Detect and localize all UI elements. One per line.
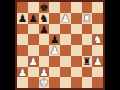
square-f1[interactable] — [71, 77, 82, 88]
white-pawn[interactable]: ♟ — [28, 56, 37, 66]
square-f2[interactable] — [71, 67, 82, 78]
white-king[interactable]: ♚ — [39, 77, 48, 87]
square-a2[interactable]: ♟ — [17, 67, 28, 78]
square-a5[interactable] — [17, 34, 28, 45]
square-c1[interactable]: ♚ — [39, 77, 50, 88]
white-pawn[interactable]: ♟ — [50, 45, 59, 55]
square-c3[interactable] — [39, 56, 50, 67]
black-pawn[interactable]: ♟ — [50, 34, 59, 44]
square-c7[interactable]: ♞ — [39, 13, 50, 24]
square-e5[interactable] — [60, 34, 71, 45]
white-pawn[interactable]: ♟ — [61, 13, 70, 23]
square-f5[interactable] — [71, 34, 82, 45]
square-h7[interactable] — [92, 13, 103, 24]
white-knight[interactable]: ♞ — [93, 34, 102, 44]
square-d7[interactable] — [49, 13, 60, 24]
chess-board: ♚♟♟♞♟♜♟♟♞♟♟♜♟♟♟♚ — [17, 2, 103, 88]
square-g7[interactable]: ♜ — [82, 13, 93, 24]
square-b8[interactable] — [28, 2, 39, 13]
square-g6[interactable] — [82, 24, 93, 35]
square-f8[interactable] — [71, 2, 82, 13]
square-d8[interactable] — [49, 2, 60, 13]
square-h4[interactable] — [92, 45, 103, 56]
black-king[interactable]: ♚ — [39, 2, 48, 12]
square-d4[interactable]: ♟ — [49, 45, 60, 56]
square-d2[interactable] — [49, 67, 60, 78]
square-g8[interactable] — [82, 2, 93, 13]
square-c2[interactable]: ♟ — [39, 67, 50, 78]
screenshot-background: ♚♟♟♞♟♜♟♟♞♟♟♜♟♟♟♚ — [0, 0, 120, 90]
square-e8[interactable] — [60, 2, 71, 13]
white-pawn[interactable]: ♟ — [39, 67, 48, 77]
square-a1[interactable] — [17, 77, 28, 88]
square-b1[interactable] — [28, 77, 39, 88]
square-c6[interactable]: ♟ — [39, 24, 50, 35]
white-pawn[interactable]: ♟ — [18, 67, 27, 77]
square-b2[interactable] — [28, 67, 39, 78]
square-d5[interactable]: ♟ — [49, 34, 60, 45]
square-b4[interactable] — [28, 45, 39, 56]
white-rook[interactable]: ♜ — [82, 13, 91, 23]
square-a8[interactable] — [17, 2, 28, 13]
square-h6[interactable] — [92, 24, 103, 35]
square-e7[interactable]: ♟ — [60, 13, 71, 24]
square-g2[interactable] — [82, 67, 93, 78]
square-a3[interactable] — [17, 56, 28, 67]
square-f7[interactable] — [71, 13, 82, 24]
square-c5[interactable] — [39, 34, 50, 45]
black-pawn[interactable]: ♟ — [28, 13, 37, 23]
square-a7[interactable]: ♟ — [17, 13, 28, 24]
square-a6[interactable] — [17, 24, 28, 35]
square-h3[interactable]: ♟ — [92, 56, 103, 67]
square-d6[interactable] — [49, 24, 60, 35]
square-h8[interactable] — [92, 2, 103, 13]
square-e1[interactable] — [60, 77, 71, 88]
square-c8[interactable]: ♚ — [39, 2, 50, 13]
black-pawn[interactable]: ♟ — [39, 24, 48, 34]
square-b3[interactable]: ♟ — [28, 56, 39, 67]
black-pawn[interactable]: ♟ — [18, 13, 27, 23]
square-g4[interactable] — [82, 45, 93, 56]
board-frame: ♚♟♟♞♟♜♟♟♞♟♟♜♟♟♟♚ — [15, 0, 105, 90]
square-b5[interactable] — [28, 34, 39, 45]
square-c4[interactable] — [39, 45, 50, 56]
square-h5[interactable]: ♞ — [92, 34, 103, 45]
square-d1[interactable] — [49, 77, 60, 88]
square-g3[interactable]: ♜ — [82, 56, 93, 67]
square-g5[interactable] — [82, 34, 93, 45]
square-f3[interactable] — [71, 56, 82, 67]
square-h1[interactable] — [92, 77, 103, 88]
square-e4[interactable] — [60, 45, 71, 56]
square-b6[interactable] — [28, 24, 39, 35]
square-f4[interactable] — [71, 45, 82, 56]
black-rook[interactable]: ♜ — [82, 56, 91, 66]
square-e6[interactable] — [60, 24, 71, 35]
square-e3[interactable] — [60, 56, 71, 67]
square-a4[interactable] — [17, 45, 28, 56]
square-d3[interactable] — [49, 56, 60, 67]
square-b7[interactable]: ♟ — [28, 13, 39, 24]
black-knight[interactable]: ♞ — [39, 13, 48, 23]
square-g1[interactable] — [82, 77, 93, 88]
square-f6[interactable] — [71, 24, 82, 35]
white-pawn[interactable]: ♟ — [93, 56, 102, 66]
square-h2[interactable] — [92, 67, 103, 78]
square-e2[interactable] — [60, 67, 71, 78]
